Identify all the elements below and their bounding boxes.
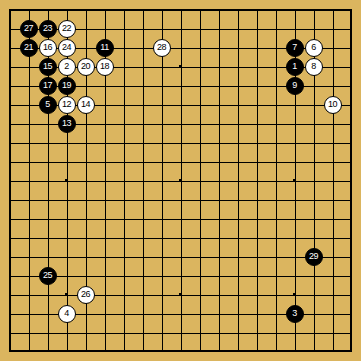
stone-white-2: 2 xyxy=(58,58,76,76)
stone-black-29: 29 xyxy=(305,248,323,266)
stone-black-27: 27 xyxy=(20,20,38,38)
stone-white-20: 20 xyxy=(77,58,95,76)
stone-black-7: 7 xyxy=(286,39,304,57)
stone-white-6: 6 xyxy=(305,39,323,57)
stone-black-5: 5 xyxy=(39,96,57,114)
stone-black-3: 3 xyxy=(286,305,304,323)
stone-white-10: 10 xyxy=(324,96,342,114)
stone-black-1: 1 xyxy=(286,58,304,76)
go-board[interactable]: 1234567891011121314151617181920212223242… xyxy=(0,0,361,361)
stone-black-11: 11 xyxy=(96,39,114,57)
stone-black-15: 15 xyxy=(39,58,57,76)
stone-white-12: 12 xyxy=(58,96,76,114)
stone-white-24: 24 xyxy=(58,39,76,57)
stone-white-18: 18 xyxy=(96,58,114,76)
stone-black-17: 17 xyxy=(39,77,57,95)
stone-white-22: 22 xyxy=(58,20,76,38)
stone-white-16: 16 xyxy=(39,39,57,57)
stone-black-9: 9 xyxy=(286,77,304,95)
stone-white-28: 28 xyxy=(153,39,171,57)
stone-black-19: 19 xyxy=(58,77,76,95)
stone-white-26: 26 xyxy=(77,286,95,304)
stone-white-14: 14 xyxy=(77,96,95,114)
stone-black-23: 23 xyxy=(39,20,57,38)
stone-black-13: 13 xyxy=(58,115,76,133)
stones-layer: 1234567891011121314151617181920212223242… xyxy=(0,0,361,361)
stone-black-25: 25 xyxy=(39,267,57,285)
stone-black-21: 21 xyxy=(20,39,38,57)
stone-white-8: 8 xyxy=(305,58,323,76)
stone-white-4: 4 xyxy=(58,305,76,323)
